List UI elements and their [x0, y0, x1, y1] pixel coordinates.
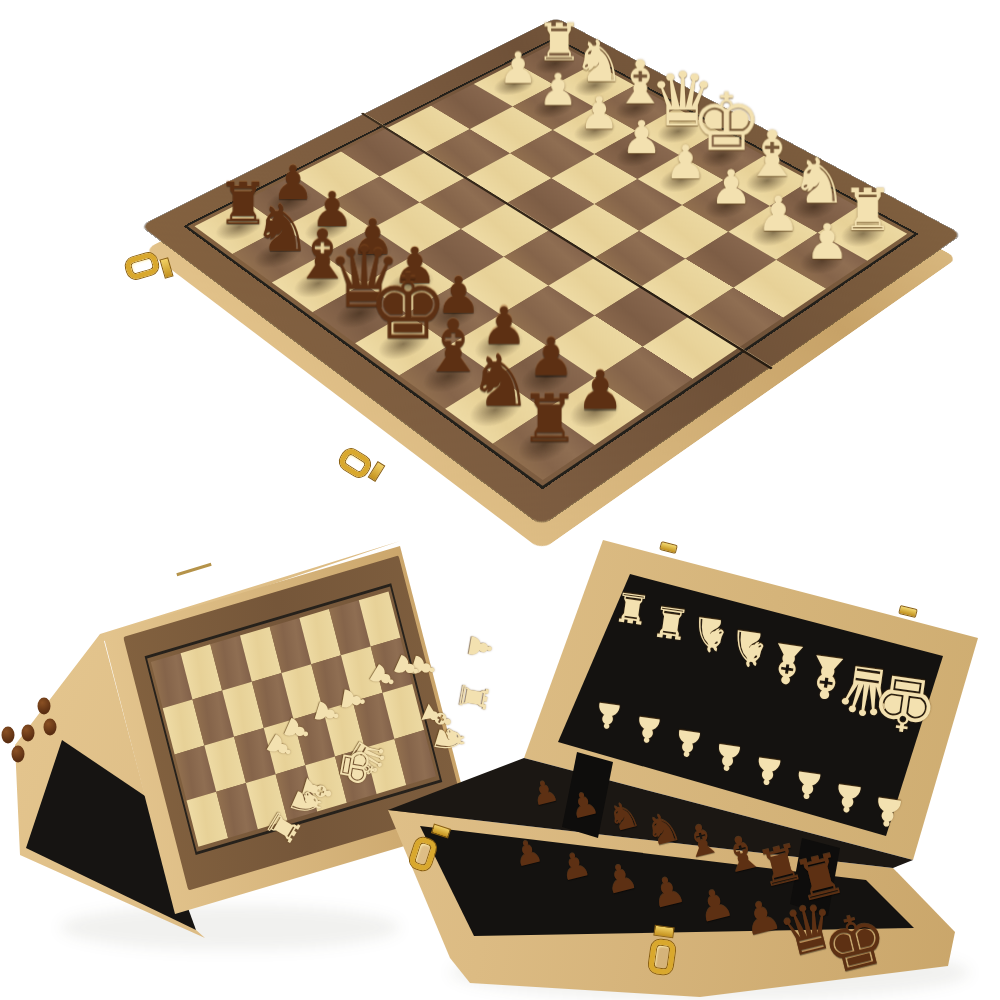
stored-piece-white-pawn: ♟	[710, 738, 746, 777]
square-a4	[387, 106, 470, 153]
square-a5	[341, 128, 425, 176]
piece-black-rook: ♜	[519, 385, 579, 451]
piece-shadow	[608, 93, 664, 124]
dark-piece-tip	[22, 725, 35, 742]
square-d1: ♛	[636, 108, 719, 155]
open-board-view: ♜♟♟♜♞♟♟♞♝♟♟♝♛♟♟♛♚♟♟♚♝♟♟♝♞♟♟♞♜♟♟♜	[0, 0, 1000, 620]
square-a2: ♟	[474, 63, 554, 107]
stored-piece-white-pawn: ♟	[790, 764, 827, 804]
square-a3	[431, 84, 513, 129]
square-c1: ♝	[594, 85, 676, 130]
piece-white-queen: ♛	[649, 63, 716, 138]
chess-board-grid: ♜♟♟♜♞♟♟♞♝♟♟♝♛♟♟♛♚♟♟♚♝♟♟♝♞♟♟♞♜♟♟♜	[195, 42, 908, 480]
piece-white-king: ♚	[690, 83, 762, 163]
square-b3	[470, 107, 553, 154]
tent-ground-shadow	[60, 905, 400, 950]
stored-piece-white-pawn: ♟	[670, 724, 706, 763]
square-e2: ♟	[638, 155, 724, 205]
square-c5	[420, 177, 507, 229]
dark-piece-tip	[44, 719, 57, 736]
square-c4	[466, 153, 552, 203]
piece-black-pawn: ♟	[527, 331, 574, 384]
piece-white-pawn: ♟	[709, 164, 751, 211]
square-b4	[425, 129, 509, 177]
piece-white-pawn: ♟	[498, 46, 537, 89]
attached-piece-white-pawn: ♟	[463, 631, 497, 663]
square-c2: ♟	[553, 107, 636, 154]
piece-shadow	[567, 70, 623, 100]
piece-white-pawn: ♟	[805, 217, 849, 266]
piece-white-pawn: ♟	[756, 190, 799, 238]
square-b1: ♞	[554, 64, 635, 108]
square-d2: ♟	[595, 131, 680, 179]
piece-black-pawn: ♟	[576, 363, 624, 417]
piece-white-pawn: ♟	[621, 114, 662, 160]
dark-piece-tip	[38, 698, 51, 715]
piece-shadow	[528, 49, 583, 78]
dark-piece-tip	[2, 727, 15, 744]
chess-board-3d: ♜♟♟♜♞♟♟♞♝♟♟♝♛♟♟♛♚♟♟♚♝♟♟♝♞♟♟♞♜♟♟♜	[260, 0, 840, 520]
stored-piece-white-pawn: ♟	[829, 778, 867, 819]
square-d3	[552, 154, 638, 204]
square-a1: ♜	[515, 42, 594, 84]
stored-piece-white-pawn: ♟	[868, 791, 907, 833]
piece-shadow	[693, 139, 751, 172]
piece-white-bishop: ♝	[743, 123, 800, 187]
piece-white-pawn: ♟	[664, 138, 706, 184]
piece-shadow	[566, 115, 623, 147]
piece-shadow	[651, 163, 710, 197]
stored-piece-white-pawn: ♟	[750, 751, 787, 791]
square-e1: ♚	[679, 132, 764, 180]
piece-white-pawn: ♟	[579, 90, 619, 135]
square-b2: ♟	[513, 85, 595, 130]
square-c3	[510, 130, 595, 178]
piece-shadow	[526, 92, 583, 123]
stored-piece-white-pawn: ♟	[591, 697, 626, 735]
square-d4	[507, 178, 595, 230]
piece-shadow	[650, 115, 707, 147]
square-e3	[595, 179, 683, 231]
stored-piece-white-rook: ♜	[649, 598, 692, 645]
board-frame: ♜♟♟♜♞♟♟♞♝♟♟♝♛♟♟♛♚♟♟♚♝♟♟♝♞♟♟♞♜♟♟♜	[141, 18, 961, 525]
piece-white-knight: ♞	[573, 33, 625, 91]
stored-piece-white-rook: ♜	[611, 586, 652, 631]
dark-piece-tip	[12, 746, 25, 763]
piece-shadow	[486, 70, 542, 100]
stored-piece-white-king: ♚	[867, 663, 943, 746]
piece-white-pawn: ♟	[538, 68, 578, 112]
piece-shadow	[608, 138, 666, 171]
piece-shadow	[696, 188, 756, 224]
piece-white-bishop: ♝	[612, 53, 666, 114]
stored-piece-white-pawn: ♟	[631, 711, 666, 749]
square-b5	[380, 152, 466, 202]
piece-white-rook: ♜	[536, 17, 582, 69]
product-photo-stage: ♜♟♟♜♞♟♟♞♝♟♟♝♛♟♟♛♚♟♟♚♝♟♟♝♞♟♟♞♜♟♟♜ ♟♟♟♟♟♟♟…	[0, 0, 1000, 1000]
square-h8: ♜	[493, 410, 595, 480]
